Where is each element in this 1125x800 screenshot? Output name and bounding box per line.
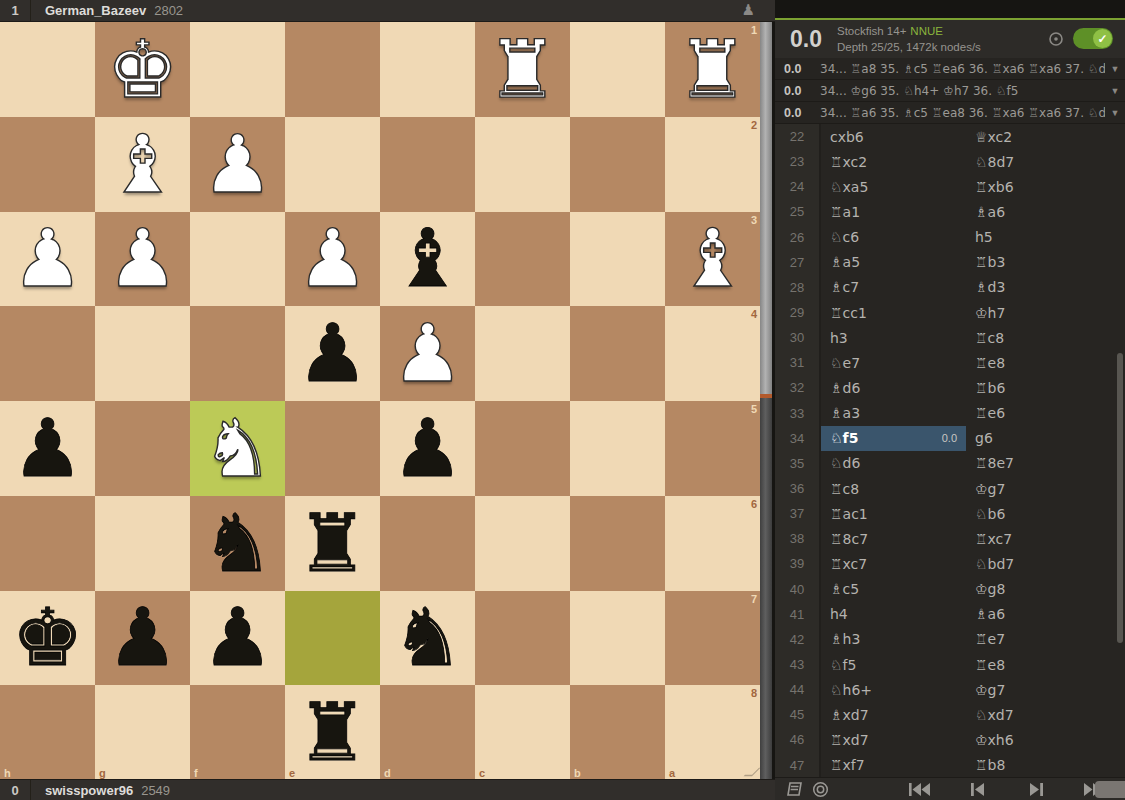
square-h5[interactable]: ♟ [0,401,95,496]
move-black[interactable]: ♖b6 [966,375,1125,400]
move-white[interactable]: ♖xc2 [821,149,966,174]
move-white[interactable]: ♖c8 [821,476,966,501]
square-g3[interactable]: ♟ [95,212,190,307]
square-e7[interactable] [285,591,380,686]
black-pawn-piece[interactable]: ♟ [12,401,84,496]
move-row: 36♖c8♔g7 [775,476,1125,501]
white-bishop-piece[interactable]: ♝ [677,212,749,307]
move-number: 29 [775,300,821,325]
chevron-down-icon[interactable]: ▼ [1105,64,1125,74]
move-row: 32♗d6♖b6 [775,375,1125,400]
move-number: 22 [775,124,821,149]
move-number: 28 [775,275,821,300]
square-a5[interactable]: 5 [665,401,760,496]
black-rook-piece[interactable]: ♜ [297,496,369,591]
square-e3[interactable]: ♟ [285,212,380,307]
bottom-player-rating: 2549 [141,783,170,798]
engine-info: Stockfish 14+NNUE Depth 25/25, 1472k nod… [837,23,981,55]
file-label: h [4,767,11,779]
move-number: 25 [775,199,821,224]
move-number: 30 [775,325,821,350]
move-white[interactable]: ♘c6 [821,225,966,250]
square-a8[interactable]: 8a [665,685,760,780]
analysis-app: 1 German_Bazeev 2802 ♟ ♚♜♜1♝♟2♟♟♟♝♝3♟♟4♟… [0,0,1125,800]
black-king-piece[interactable]: ♚ [12,591,84,686]
bottom-player-score: 0 [0,780,31,800]
move-number: 24 [775,174,821,199]
move-number: 40 [775,577,821,602]
move-black[interactable]: ♘xd7 [966,702,1125,727]
top-player-score: 1 [0,0,31,21]
white-pawn-piece[interactable]: ♟ [202,117,274,212]
square-d2[interactable] [380,117,475,212]
move-black[interactable]: ♖e8 [966,652,1125,677]
white-rook-piece[interactable]: ♜ [677,22,749,117]
move-white[interactable]: ♘d6 [821,451,966,476]
file-label: d [384,767,391,779]
white-bishop-piece[interactable]: ♝ [107,117,179,212]
square-h8[interactable]: h [0,685,95,780]
white-king-piece[interactable]: ♚ [107,22,179,117]
move-white[interactable]: ♗xd7 [821,702,966,727]
square-b1[interactable] [570,22,665,117]
file-label: a [669,767,675,779]
square-a2[interactable]: 2 [665,117,760,212]
square-c1[interactable]: ♜ [475,22,570,117]
move-row: 31♘e7♖e8 [775,350,1125,375]
move-white[interactable]: ♗h3 [821,627,966,652]
move-number: 32 [775,375,821,400]
move-number: 44 [775,677,821,702]
square-b4[interactable] [570,306,665,401]
move-row: 42♗h3♖e7 [775,627,1125,652]
move-white[interactable]: ♖a1 [821,199,966,224]
black-pawn-piece[interactable]: ♟ [107,591,179,686]
pv-moves[interactable]: 34... ♖a6 35. ♗c5 ♖ea8 36. ♖xa6 ♖xa6 37.… [820,106,1105,120]
move-row: 45♗xd7♘xd7 [775,702,1125,727]
rank-label: 5 [751,403,757,415]
move-black[interactable]: ♖b3 [966,250,1125,275]
move-black[interactable]: ♖xb6 [966,174,1125,199]
move-white[interactable]: ♘h6+ [821,677,966,702]
move-list-scrollbar[interactable] [1117,353,1123,643]
move-black[interactable]: ♖xc7 [966,526,1125,551]
rank-label: 6 [751,498,757,510]
white-pawn-piece[interactable]: ♟ [107,212,179,307]
move-white[interactable]: cxb6 [821,124,966,149]
square-e6[interactable]: ♜ [285,496,380,591]
rank-label: 8 [751,687,757,699]
square-b7[interactable] [570,591,665,686]
square-f8[interactable]: f [190,685,285,780]
square-e1[interactable] [285,22,380,117]
move-white[interactable]: ♖xc7 [821,551,966,576]
square-d7[interactable]: ♞ [380,591,475,686]
square-g1[interactable]: ♚ [95,22,190,117]
move-black[interactable]: ♔g7 [966,476,1125,501]
file-label: b [574,767,581,779]
file-label: g [99,767,106,779]
move-number: 43 [775,652,821,677]
square-h3[interactable]: ♟ [0,212,95,307]
white-pawn-piece[interactable]: ♟ [392,306,464,401]
move-number: 46 [775,727,821,752]
square-a4[interactable]: 4 [665,306,760,401]
move-white[interactable]: ♗c5 [821,577,966,602]
move-number: 26 [775,225,821,250]
move-number: 45 [775,702,821,727]
move-row: 47♖xf7♖b8 [775,753,1125,778]
file-label: c [479,767,485,779]
move-black[interactable]: ♗a6 [966,199,1125,224]
square-f5[interactable]: ♞ [190,401,285,496]
corner-button[interactable] [1095,781,1125,798]
move-black[interactable]: ♖e7 [966,627,1125,652]
nnue-badge: NNUE [910,25,943,37]
engine-toggle[interactable]: ✓ [1073,28,1113,49]
move-white[interactable]: h4 [821,602,966,627]
square-h2[interactable] [0,117,95,212]
square-c3[interactable] [475,212,570,307]
square-d3[interactable]: ♝ [380,212,475,307]
pv-eval: 0.0 [775,62,820,76]
top-player-name[interactable]: German_Bazeev [45,3,146,18]
move-row: 22cxb6♕xc2 [775,124,1125,149]
move-black[interactable]: ♔xh6 [966,727,1125,752]
pv-line-1[interactable]: 0.034... ♖a8 35. ♗c5 ♖ea6 36. ♖xa6 ♖xa6 … [775,58,1125,80]
square-c7[interactable] [475,591,570,686]
square-g7[interactable]: ♟ [95,591,190,686]
square-b3[interactable] [570,212,665,307]
square-e2[interactable] [285,117,380,212]
pv-moves[interactable]: 34... ♔g6 35. ♘h4+ ♔h7 36. ♘f5 [820,84,1105,98]
square-d5[interactable]: ♟ [380,401,475,496]
rank-label: 1 [751,24,757,36]
eval-gauge [760,22,772,780]
move-black[interactable]: ♕xc2 [966,124,1125,149]
move-row: 29♖cc1♔h7 [775,300,1125,325]
move-black[interactable]: ♖e8 [966,350,1125,375]
black-pawn-piece[interactable]: ♟ [392,401,464,496]
square-b6[interactable] [570,496,665,591]
rank-label: 7 [751,593,757,605]
square-a1[interactable]: ♜1 [665,22,760,117]
square-e4[interactable]: ♟ [285,306,380,401]
target-icon[interactable] [807,778,833,800]
practice-target-icon[interactable] [1047,30,1065,48]
move-eval: 0.0 [942,432,957,444]
move-black[interactable]: g6 [966,426,1125,451]
top-player-rating: 2802 [154,3,183,18]
move-number: 42 [775,627,821,652]
move-white[interactable]: ♖xf7 [821,753,966,778]
square-f2[interactable]: ♟ [190,117,285,212]
move-white[interactable]: ♘f50.0 [821,426,966,451]
move-black[interactable]: ♖c8 [966,325,1125,350]
square-e5[interactable] [285,401,380,496]
move-row: 39♖xc7♘bd7 [775,551,1125,576]
move-white[interactable]: ♘e7 [821,350,966,375]
square-d4[interactable]: ♟ [380,306,475,401]
move-black[interactable]: ♔g8 [966,577,1125,602]
square-h1[interactable] [0,22,95,117]
square-c4[interactable] [475,306,570,401]
pawn-icon: ♟ [742,1,755,19]
white-rook-piece[interactable]: ♜ [487,22,559,117]
move-row: 35♘d6♖8e7 [775,451,1125,476]
file-label: e [289,767,295,779]
engine-panel: 0.0 Stockfish 14+NNUE Depth 25/25, 1472k… [775,18,1125,800]
move-number: 38 [775,526,821,551]
move-white[interactable]: ♗d6 [821,375,966,400]
chevron-down-icon[interactable]: ▼ [1105,108,1125,118]
move-white[interactable]: ♗a5 [821,250,966,275]
move-white[interactable]: ♖cc1 [821,300,966,325]
move-row: 34♘f50.0g6 [775,426,1125,451]
square-g6[interactable] [95,496,190,591]
move-black[interactable]: ♗a6 [966,602,1125,627]
move-number: 35 [775,451,821,476]
move-white[interactable]: ♗c7 [821,275,966,300]
move-row: 40♗c5♔g8 [775,577,1125,602]
chevron-down-icon[interactable]: ▼ [1105,86,1125,96]
eval-gauge-black [760,398,772,780]
square-d6[interactable] [380,496,475,591]
square-c8[interactable]: c [475,685,570,780]
book-icon[interactable] [783,778,807,800]
move-row: 43♘f5♖e8 [775,652,1125,677]
square-b8[interactable]: b [570,685,665,780]
black-rook-piece[interactable]: ♜ [297,685,369,780]
square-b2[interactable] [570,117,665,212]
white-pawn-piece[interactable]: ♟ [12,212,84,307]
move-number: 39 [775,551,821,576]
square-f6[interactable]: ♞ [190,496,285,591]
move-row: 30h3♖c8 [775,325,1125,350]
step-back-button[interactable] [963,778,993,800]
move-black[interactable]: ♔g7 [966,677,1125,702]
engine-toggle-knob: ✓ [1093,29,1112,48]
square-d8[interactable]: d [380,685,475,780]
move-black[interactable]: ♖8e7 [966,451,1125,476]
square-c2[interactable] [475,117,570,212]
move-number: 37 [775,501,821,526]
square-h4[interactable] [0,306,95,401]
move-row: 27♗a5♖b3 [775,250,1125,275]
pv-lines: 0.034... ♖a8 35. ♗c5 ♖ea6 36. ♖xa6 ♖xa6 … [775,58,1125,124]
move-row: 38♖8c7♖xc7 [775,526,1125,551]
square-b5[interactable] [570,401,665,496]
black-pawn-piece[interactable]: ♟ [297,306,369,401]
move-white[interactable]: ♗a3 [821,401,966,426]
move-row: 23♖xc2♘8d7 [775,149,1125,174]
move-number: 36 [775,476,821,501]
move-white[interactable]: ♘f5 [821,652,966,677]
move-row: 26♘c6h5 [775,225,1125,250]
pv-eval: 0.0 [775,84,820,98]
black-knight-piece[interactable]: ♞ [392,591,464,686]
white-pawn-piece[interactable]: ♟ [297,212,369,307]
square-a7[interactable]: 7 [665,591,760,686]
engine-status: Depth 25/25, 1472k nodes/s [837,39,981,55]
square-g5[interactable] [95,401,190,496]
square-h6[interactable] [0,496,95,591]
move-number: 34 [775,426,821,451]
rank-label: 2 [751,119,757,131]
move-black[interactable]: ♗d3 [966,275,1125,300]
square-f4[interactable] [190,306,285,401]
pv-moves[interactable]: 34... ♖a8 35. ♗c5 ♖ea6 36. ♖xa6 ♖xa6 37.… [820,62,1105,76]
move-row: 28♗c7♗d3 [775,275,1125,300]
move-number: 47 [775,753,821,778]
move-white[interactable]: ♘xa5 [821,174,966,199]
move-black[interactable]: ♘bd7 [966,551,1125,576]
move-number: 23 [775,149,821,174]
move-black[interactable]: ♖e6 [966,401,1125,426]
move-black[interactable]: h5 [966,225,1125,250]
pv-line-3[interactable]: 0.034... ♖a6 35. ♗c5 ♖ea8 36. ♖xa6 ♖xa6 … [775,102,1125,124]
square-f1[interactable] [190,22,285,117]
white-knight-piece[interactable]: ♞ [202,401,274,496]
step-forward-button[interactable] [1021,778,1051,800]
board[interactable]: ♚♜♜1♝♟2♟♟♟♝♝3♟♟4♟♞♟5♞♜6♚♟♟♞7hgf♜edcb8a [0,22,760,780]
move-white[interactable]: ♖8c7 [821,526,966,551]
move-white[interactable]: ♖xd7 [821,727,966,752]
move-number: 33 [775,401,821,426]
square-g2[interactable]: ♝ [95,117,190,212]
move-row: 33♗a3♖e6 [775,401,1125,426]
move-row: 44♘h6+♔g7 [775,677,1125,702]
top-player-bar: 1 German_Bazeev 2802 ♟ [0,0,775,22]
square-g8[interactable]: g [95,685,190,780]
square-c5[interactable] [475,401,570,496]
square-e8[interactable]: ♜e [285,685,380,780]
square-f7[interactable]: ♟ [190,591,285,686]
move-list: 22cxb6♕xc223♖xc2♘8d724♘xa5♖xb625♖a1♗a626… [775,124,1125,778]
move-number: 31 [775,350,821,375]
move-number: 41 [775,602,821,627]
move-white[interactable]: h3 [821,325,966,350]
move-white[interactable]: ♖ac1 [821,501,966,526]
move-row: 46♖xd7♔xh6 [775,727,1125,752]
square-d1[interactable] [380,22,475,117]
move-number: 27 [775,250,821,275]
move-black[interactable]: ♘b6 [966,501,1125,526]
square-g4[interactable] [95,306,190,401]
move-row: 24♘xa5♖xb6 [775,174,1125,199]
move-black[interactable]: ♘8d7 [966,149,1125,174]
rank-label: 3 [751,214,757,226]
square-h7[interactable]: ♚ [0,591,95,686]
move-black[interactable]: ♔h7 [966,300,1125,325]
square-f3[interactable] [190,212,285,307]
skip-start-button[interactable] [905,778,935,800]
black-bishop-piece[interactable]: ♝ [392,212,464,307]
playback-controls [775,777,1125,800]
square-a6[interactable]: 6 [665,496,760,591]
black-pawn-piece[interactable]: ♟ [202,591,274,686]
pv-line-2[interactable]: 0.034... ♔g6 35. ♘h4+ ♔h7 36. ♘f5▼ [775,80,1125,102]
rank-label: 4 [751,308,757,320]
pv-eval: 0.0 [775,106,820,120]
engine-name: Stockfish 14+ [837,25,906,37]
eval-gauge-white [760,22,772,394]
move-row: 37♖ac1♘b6 [775,501,1125,526]
square-c6[interactable] [475,496,570,591]
engine-header: 0.0 Stockfish 14+NNUE Depth 25/25, 1472k… [775,18,1125,58]
move-row: 25♖a1♗a6 [775,199,1125,224]
engine-eval: 0.0 [775,26,837,53]
bottom-player-bar: 0 swisspower96 2549 [0,779,775,800]
board-resize-handle[interactable] [744,768,760,776]
move-black[interactable]: ♖b8 [966,753,1125,778]
move-row: 41h4♗a6 [775,602,1125,627]
square-a3[interactable]: ♝3 [665,212,760,307]
bottom-player-name[interactable]: swisspower96 [45,783,133,798]
file-label: f [194,767,198,779]
black-knight-piece[interactable]: ♞ [202,496,274,591]
